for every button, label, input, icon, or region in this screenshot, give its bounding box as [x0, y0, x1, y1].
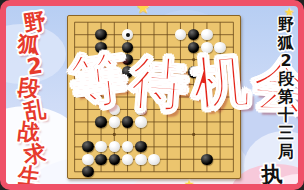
banner-char: 狐 [278, 34, 294, 52]
stone-black [122, 116, 134, 127]
title-char: 待 [129, 53, 190, 114]
stone-black [188, 29, 200, 40]
stone-black [201, 154, 213, 165]
stone-white [82, 154, 94, 165]
star-icon: ★ [184, 178, 195, 190]
stone-white [201, 29, 213, 40]
banner-char: 第 [278, 88, 294, 106]
stone-black [95, 154, 107, 165]
last-move-marker [126, 33, 130, 37]
stone-white [148, 154, 160, 165]
stone-black [82, 141, 94, 152]
main-title: 等 待 机 会 [70, 52, 304, 109]
banner-char: 野 [278, 16, 294, 34]
playing-white-badge: 执白 [261, 159, 299, 190]
banner-char: 三 [278, 124, 294, 142]
title-char: 机 [190, 51, 252, 113]
stone-black [95, 29, 107, 40]
stone-white [95, 141, 107, 152]
stone-white [135, 116, 147, 127]
title-char: 等 [67, 49, 130, 112]
stone-white [109, 141, 121, 152]
right-banner: 野 狐 2 段 第 十 三 局 [272, 16, 300, 161]
stone-white [122, 29, 134, 40]
banner-char: 段 [278, 70, 294, 88]
banner-char: 生 [17, 164, 42, 189]
stone-black [95, 116, 107, 127]
stone-black [109, 154, 121, 165]
banner-char: 2 [280, 52, 291, 70]
stone-white [175, 29, 187, 40]
banner-char: 局 [278, 143, 294, 161]
stone-black [135, 141, 147, 152]
stone-white [122, 154, 134, 165]
stone-white [135, 154, 147, 165]
left-banner: 野 狐 2 段 乱 战 求 生 [10, 12, 54, 188]
stone-white [122, 141, 134, 152]
star-icon: ★ [136, 0, 150, 16]
stone-black [82, 166, 94, 177]
banner-char: 十 [278, 106, 294, 124]
stone-white [109, 116, 121, 127]
thumbnail-stage: ★ ★ ★ 等 待 机 会 野 狐 2 段 乱 战 求 生 野 狐 2 段 第 … [0, 0, 304, 190]
